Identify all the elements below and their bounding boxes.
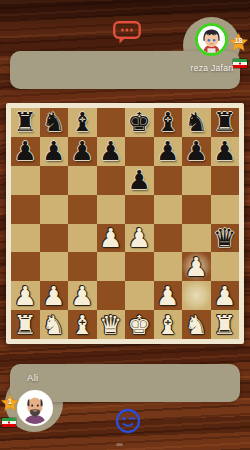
square-a2[interactable]: ♟ xyxy=(11,281,40,310)
square-a6[interactable] xyxy=(11,166,40,195)
reaction-button[interactable] xyxy=(114,407,142,435)
square-e6[interactable]: ♟ xyxy=(125,166,154,195)
square-b4[interactable] xyxy=(40,224,69,253)
bottom-player-level-badge: 1 xyxy=(1,394,19,412)
square-c5[interactable] xyxy=(68,195,97,224)
square-e5[interactable] xyxy=(125,195,154,224)
white-pawn[interactable]: ♟ xyxy=(71,283,94,309)
square-d6[interactable] xyxy=(97,166,126,195)
home-indicator xyxy=(116,443,123,446)
black-pawn[interactable]: ♟ xyxy=(42,138,65,164)
chess-app-screen: 18 reza Jafari ♜♞♝♚♝♞♜♟♟♟♟♟♟♟♟♟♟♛♟♟♟♟♟♟♜… xyxy=(0,0,250,450)
square-h6[interactable] xyxy=(211,166,240,195)
black-bishop[interactable]: ♝ xyxy=(156,109,179,135)
white-pawn[interactable]: ♟ xyxy=(156,283,179,309)
square-e1[interactable]: ♚ xyxy=(125,310,154,339)
white-queen[interactable]: ♛ xyxy=(99,312,122,338)
white-knight[interactable]: ♞ xyxy=(185,312,208,338)
black-rook[interactable]: ♜ xyxy=(14,109,37,135)
square-e7[interactable] xyxy=(125,137,154,166)
black-king[interactable]: ♚ xyxy=(128,109,151,135)
top-player-level-badge: 18 xyxy=(229,33,248,52)
winking-face-icon xyxy=(114,407,142,435)
square-g2[interactable] xyxy=(182,281,211,310)
square-f7[interactable]: ♟ xyxy=(154,137,183,166)
chess-board-frame: ♜♞♝♚♝♞♜♟♟♟♟♟♟♟♟♟♟♛♟♟♟♟♟♟♜♞♝♛♚♝♞♜ xyxy=(6,103,244,344)
square-g1[interactable]: ♞ xyxy=(182,310,211,339)
square-e2[interactable] xyxy=(125,281,154,310)
square-b1[interactable]: ♞ xyxy=(40,310,69,339)
chat-button[interactable] xyxy=(112,20,142,45)
anime-boy-avatar-image xyxy=(198,26,225,53)
black-knight[interactable]: ♞ xyxy=(185,109,208,135)
top-player-level: 18 xyxy=(229,37,248,44)
black-pawn[interactable]: ♟ xyxy=(14,138,37,164)
top-player-name: reza Jafari xyxy=(178,63,246,73)
square-f6[interactable] xyxy=(154,166,183,195)
black-knight[interactable]: ♞ xyxy=(42,109,65,135)
square-b6[interactable] xyxy=(40,166,69,195)
square-f3[interactable] xyxy=(154,252,183,281)
iran-flag-icon xyxy=(2,418,16,427)
square-c2[interactable]: ♟ xyxy=(68,281,97,310)
white-pawn[interactable]: ♟ xyxy=(99,225,122,251)
chess-board: ♜♞♝♚♝♞♜♟♟♟♟♟♟♟♟♟♟♛♟♟♟♟♟♟♜♞♝♛♚♝♞♜ xyxy=(11,108,239,339)
square-e3[interactable] xyxy=(125,252,154,281)
white-rook[interactable]: ♜ xyxy=(213,312,236,338)
black-bishop[interactable]: ♝ xyxy=(71,109,94,135)
white-pawn[interactable]: ♟ xyxy=(42,283,65,309)
black-pawn[interactable]: ♟ xyxy=(156,138,179,164)
white-pawn[interactable]: ♟ xyxy=(213,283,236,309)
bottom-player-level: 1 xyxy=(1,398,19,405)
black-queen[interactable]: ♛ xyxy=(213,225,236,251)
square-h8[interactable]: ♜ xyxy=(211,108,240,137)
white-pawn[interactable]: ♟ xyxy=(185,254,208,280)
black-pawn[interactable]: ♟ xyxy=(185,138,208,164)
square-a1[interactable]: ♜ xyxy=(11,310,40,339)
square-e4[interactable]: ♟ xyxy=(125,224,154,253)
square-d4[interactable]: ♟ xyxy=(97,224,126,253)
square-b8[interactable]: ♞ xyxy=(40,108,69,137)
square-c6[interactable] xyxy=(68,166,97,195)
square-b3[interactable] xyxy=(40,252,69,281)
black-rook[interactable]: ♜ xyxy=(213,109,236,135)
square-g5[interactable] xyxy=(182,195,211,224)
square-h5[interactable] xyxy=(211,195,240,224)
bearded-man-avatar-image xyxy=(19,392,51,424)
white-king[interactable]: ♚ xyxy=(128,312,151,338)
bottom-player-name: Ali xyxy=(27,372,38,383)
square-g7[interactable]: ♟ xyxy=(182,137,211,166)
white-knight[interactable]: ♞ xyxy=(42,312,65,338)
square-a5[interactable] xyxy=(11,195,40,224)
square-f1[interactable]: ♝ xyxy=(154,310,183,339)
square-g3[interactable]: ♟ xyxy=(182,252,211,281)
square-d8[interactable] xyxy=(97,108,126,137)
square-d3[interactable] xyxy=(97,252,126,281)
square-d1[interactable]: ♛ xyxy=(97,310,126,339)
square-a8[interactable]: ♜ xyxy=(11,108,40,137)
white-bishop[interactable]: ♝ xyxy=(71,312,94,338)
white-rook[interactable]: ♜ xyxy=(14,312,37,338)
top-player-avatar[interactable] xyxy=(195,23,228,56)
black-pawn[interactable]: ♟ xyxy=(213,138,236,164)
bottom-player-avatar[interactable] xyxy=(17,390,53,426)
square-b5[interactable] xyxy=(40,195,69,224)
square-h7[interactable]: ♟ xyxy=(211,137,240,166)
square-f2[interactable]: ♟ xyxy=(154,281,183,310)
black-pawn[interactable]: ♟ xyxy=(99,138,122,164)
square-h1[interactable]: ♜ xyxy=(211,310,240,339)
white-pawn[interactable]: ♟ xyxy=(14,283,37,309)
square-f5[interactable] xyxy=(154,195,183,224)
square-c3[interactable] xyxy=(68,252,97,281)
square-a7[interactable]: ♟ xyxy=(11,137,40,166)
square-f8[interactable]: ♝ xyxy=(154,108,183,137)
square-g8[interactable]: ♞ xyxy=(182,108,211,137)
square-c4[interactable] xyxy=(68,224,97,253)
square-g6[interactable] xyxy=(182,166,211,195)
square-h3[interactable] xyxy=(211,252,240,281)
square-b2[interactable]: ♟ xyxy=(40,281,69,310)
square-a4[interactable] xyxy=(11,224,40,253)
square-h4[interactable]: ♛ xyxy=(211,224,240,253)
square-f4[interactable] xyxy=(154,224,183,253)
white-pawn[interactable]: ♟ xyxy=(128,225,151,251)
chat-bubble-icon xyxy=(112,20,142,45)
square-g4[interactable] xyxy=(182,224,211,253)
black-pawn[interactable]: ♟ xyxy=(128,167,151,193)
square-d5[interactable] xyxy=(97,195,126,224)
square-d7[interactable]: ♟ xyxy=(97,137,126,166)
square-c1[interactable]: ♝ xyxy=(68,310,97,339)
square-h2[interactable]: ♟ xyxy=(211,281,240,310)
white-bishop[interactable]: ♝ xyxy=(156,312,179,338)
black-pawn[interactable]: ♟ xyxy=(71,138,94,164)
square-c7[interactable]: ♟ xyxy=(68,137,97,166)
square-a3[interactable] xyxy=(11,252,40,281)
square-e8[interactable]: ♚ xyxy=(125,108,154,137)
square-b7[interactable]: ♟ xyxy=(40,137,69,166)
square-c8[interactable]: ♝ xyxy=(68,108,97,137)
square-d2[interactable] xyxy=(97,281,126,310)
